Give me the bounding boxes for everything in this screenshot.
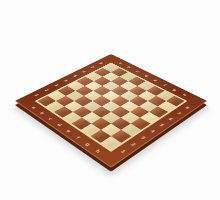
coordinate-label: 8 — [185, 106, 191, 110]
coordinate-label: c — [48, 117, 54, 121]
coordinate-label: 7 — [177, 111, 183, 115]
coordinate-label: 5 — [73, 74, 79, 77]
coordinate-label: f — [75, 136, 81, 140]
coordinate-label: e — [65, 129, 72, 133]
coordinate-label: h — [182, 93, 188, 96]
coordinate-label: d — [56, 123, 63, 127]
coordinate-label: e — [153, 79, 158, 82]
coordinate-label: 2 — [131, 142, 138, 146]
coordinate-label: f — [163, 84, 168, 87]
coordinate-label: 6 — [82, 70, 87, 73]
coordinate-label: 1 — [120, 149, 127, 154]
coordinate-label: g — [85, 142, 92, 147]
coordinate-label: 3 — [140, 135, 147, 139]
coordinate-label: c — [135, 70, 140, 73]
coordinate-label: 4 — [64, 79, 70, 82]
coordinate-label: 2 — [44, 88, 50, 91]
coordinate-label: a — [31, 106, 37, 110]
coordinate-label: a — [118, 62, 123, 65]
coordinate-label: g — [172, 88, 178, 91]
coordinate-label: d — [144, 74, 150, 77]
coordinate-label: 5 — [159, 123, 165, 127]
coordinate-label: 6 — [168, 117, 174, 121]
coordinate-label: 7 — [90, 66, 95, 69]
coordinate-label: h — [95, 149, 102, 154]
product-photo: aa88bb77cc66dd55ee44ff33gg22hh11 — [0, 0, 220, 200]
coordinate-label: 1 — [34, 93, 40, 96]
coordinate-label: 3 — [54, 83, 60, 86]
coordinate-label: b — [126, 66, 131, 69]
coordinate-label: 4 — [150, 129, 156, 133]
board-frame: aa88bb77cc66dd55ee44ff33gg22hh11 — [15, 54, 207, 168]
coordinate-label: b — [39, 111, 45, 115]
coordinate-label: 8 — [99, 62, 104, 65]
